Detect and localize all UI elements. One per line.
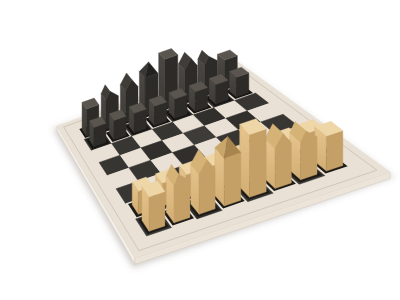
piece-face-south <box>250 129 267 197</box>
piece-face-west <box>240 124 250 197</box>
piece-face-south-gable <box>301 131 317 180</box>
piece-face-south <box>149 192 165 232</box>
piece-face-south <box>224 152 241 206</box>
piece-white-king[interactable] <box>236 119 270 200</box>
piece-face-south <box>326 131 342 172</box>
chess-render-stage <box>0 0 400 300</box>
piece-face-south-gable <box>174 175 190 223</box>
chess-scene <box>0 0 400 300</box>
